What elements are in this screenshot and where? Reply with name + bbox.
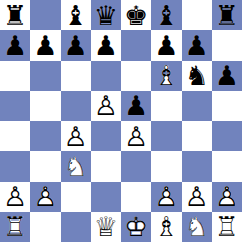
square-e8[interactable]: ♚ xyxy=(121,0,151,30)
square-h7[interactable] xyxy=(212,30,242,60)
square-f1[interactable]: ♝♗ xyxy=(151,212,181,242)
piece-black-pawn-icon: ♟ xyxy=(121,91,151,121)
square-c7[interactable]: ♟ xyxy=(61,30,91,60)
square-c8[interactable]: ♝ xyxy=(61,0,91,30)
square-a5[interactable] xyxy=(0,91,30,121)
square-e1[interactable]: ♚♔ xyxy=(121,212,151,242)
square-f6[interactable]: ♝♗ xyxy=(151,61,181,91)
square-a3[interactable] xyxy=(0,151,30,181)
square-e3[interactable] xyxy=(121,151,151,181)
square-d1[interactable]: ♛♕ xyxy=(91,212,121,242)
square-d6[interactable] xyxy=(91,61,121,91)
piece-white-pawn-icon: ♟♙ xyxy=(0,182,30,212)
piece-black-king-icon: ♚ xyxy=(121,0,151,30)
square-h3[interactable] xyxy=(212,151,242,181)
square-f8[interactable]: ♝ xyxy=(151,0,181,30)
chess-board: ♜♝♛♚♝♜♟♟♟♟♟♟♝♗♞♟♟♙♟♟♙♟♙♞♘♟♙♟♙♟♙♟♙♟♙♜♖♛♕♚… xyxy=(0,0,242,242)
square-f5[interactable] xyxy=(151,91,181,121)
square-h4[interactable] xyxy=(212,121,242,151)
square-a1[interactable]: ♜♖ xyxy=(0,212,30,242)
square-d7[interactable]: ♟ xyxy=(91,30,121,60)
square-e4[interactable]: ♟♙ xyxy=(121,121,151,151)
piece-white-knight-icon: ♞♘ xyxy=(182,212,212,242)
square-e2[interactable] xyxy=(121,182,151,212)
square-h8[interactable]: ♜ xyxy=(212,0,242,30)
square-b4[interactable] xyxy=(30,121,60,151)
square-g1[interactable]: ♞♘ xyxy=(182,212,212,242)
piece-white-pawn-icon: ♟♙ xyxy=(212,182,242,212)
square-g8[interactable] xyxy=(182,0,212,30)
square-c3[interactable]: ♞♘ xyxy=(61,151,91,181)
piece-black-pawn-icon: ♟ xyxy=(61,30,91,60)
piece-white-rook-icon: ♜♖ xyxy=(212,212,242,242)
square-b5[interactable] xyxy=(30,91,60,121)
piece-white-pawn-icon: ♟♙ xyxy=(121,121,151,151)
piece-black-pawn-icon: ♟ xyxy=(30,30,60,60)
piece-black-bishop-icon: ♝ xyxy=(151,0,181,30)
square-h2[interactable]: ♟♙ xyxy=(212,182,242,212)
piece-black-rook-icon: ♜ xyxy=(0,0,30,30)
square-d5[interactable]: ♟♙ xyxy=(91,91,121,121)
square-f2[interactable]: ♟♙ xyxy=(151,182,181,212)
square-a7[interactable]: ♟ xyxy=(0,30,30,60)
square-e5[interactable]: ♟ xyxy=(121,91,151,121)
piece-white-king-icon: ♚♔ xyxy=(121,212,151,242)
piece-white-bishop-icon: ♝♗ xyxy=(151,212,181,242)
square-a4[interactable] xyxy=(0,121,30,151)
square-c5[interactable] xyxy=(61,91,91,121)
square-g3[interactable] xyxy=(182,151,212,181)
piece-white-rook-icon: ♜♖ xyxy=(0,212,30,242)
square-f4[interactable] xyxy=(151,121,181,151)
piece-white-pawn-icon: ♟♙ xyxy=(182,182,212,212)
square-d4[interactable] xyxy=(91,121,121,151)
square-b3[interactable] xyxy=(30,151,60,181)
square-b2[interactable]: ♟♙ xyxy=(30,182,60,212)
piece-black-bishop-icon: ♝ xyxy=(61,0,91,30)
square-g6[interactable]: ♞ xyxy=(182,61,212,91)
square-e6[interactable] xyxy=(121,61,151,91)
square-g7[interactable]: ♟ xyxy=(182,30,212,60)
square-a8[interactable]: ♜ xyxy=(0,0,30,30)
square-c1[interactable] xyxy=(61,212,91,242)
square-d3[interactable] xyxy=(91,151,121,181)
piece-black-pawn-icon: ♟ xyxy=(182,30,212,60)
square-b8[interactable] xyxy=(30,0,60,30)
square-c2[interactable] xyxy=(61,182,91,212)
square-h1[interactable]: ♜♖ xyxy=(212,212,242,242)
square-a2[interactable]: ♟♙ xyxy=(0,182,30,212)
square-a6[interactable] xyxy=(0,61,30,91)
piece-white-queen-icon: ♛♕ xyxy=(91,212,121,242)
square-d2[interactable] xyxy=(91,182,121,212)
piece-white-knight-icon: ♞♘ xyxy=(61,151,91,181)
square-c6[interactable] xyxy=(61,61,91,91)
square-e7[interactable] xyxy=(121,30,151,60)
piece-black-pawn-icon: ♟ xyxy=(151,30,181,60)
piece-black-pawn-icon: ♟ xyxy=(0,30,30,60)
square-h5[interactable] xyxy=(212,91,242,121)
piece-black-pawn-icon: ♟ xyxy=(212,61,242,91)
piece-black-queen-icon: ♛ xyxy=(91,0,121,30)
piece-white-pawn-icon: ♟♙ xyxy=(30,182,60,212)
piece-white-bishop-icon: ♝♗ xyxy=(151,61,181,91)
square-d8[interactable]: ♛ xyxy=(91,0,121,30)
square-b6[interactable] xyxy=(30,61,60,91)
square-b7[interactable]: ♟ xyxy=(30,30,60,60)
piece-white-pawn-icon: ♟♙ xyxy=(151,182,181,212)
piece-black-knight-icon: ♞ xyxy=(182,61,212,91)
square-f7[interactable]: ♟ xyxy=(151,30,181,60)
piece-black-pawn-icon: ♟ xyxy=(91,30,121,60)
square-f3[interactable] xyxy=(151,151,181,181)
square-b1[interactable] xyxy=(30,212,60,242)
square-g4[interactable] xyxy=(182,121,212,151)
square-h6[interactable]: ♟ xyxy=(212,61,242,91)
square-c4[interactable]: ♟♙ xyxy=(61,121,91,151)
square-g5[interactable] xyxy=(182,91,212,121)
piece-white-pawn-icon: ♟♙ xyxy=(91,91,121,121)
square-g2[interactable]: ♟♙ xyxy=(182,182,212,212)
piece-black-rook-icon: ♜ xyxy=(212,0,242,30)
piece-white-pawn-icon: ♟♙ xyxy=(61,121,91,151)
